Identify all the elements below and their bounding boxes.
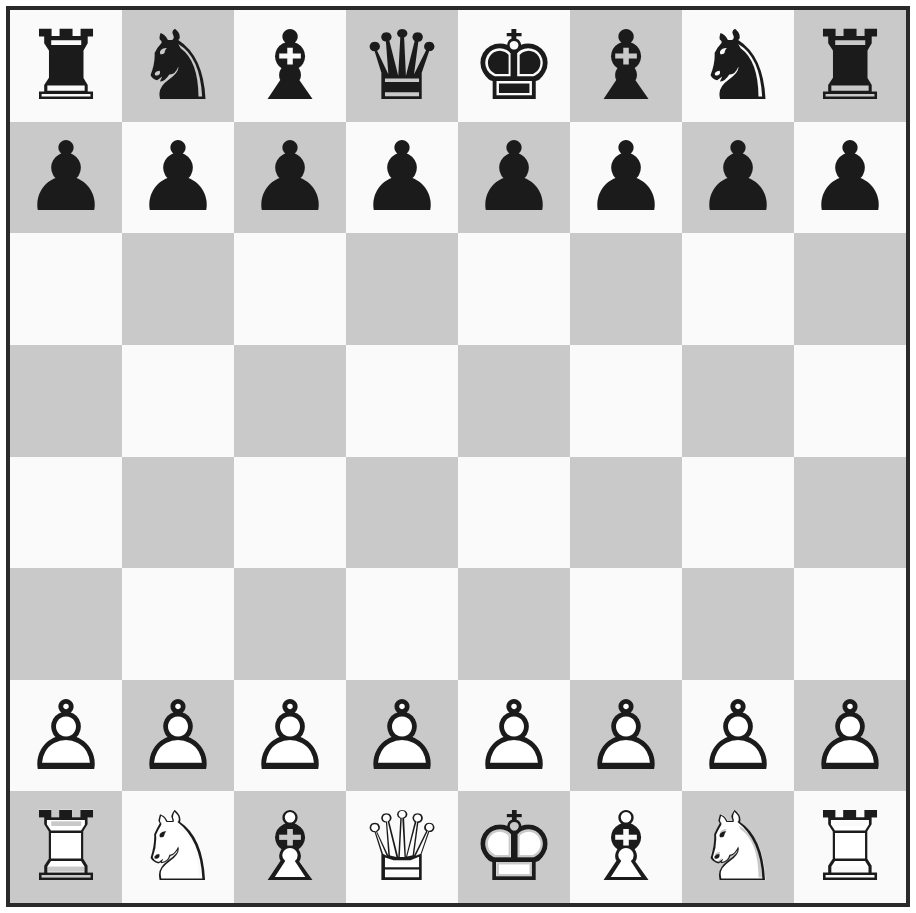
piece-outline-glyph: ♕	[359, 791, 445, 903]
square-h8[interactable]: ♜	[794, 10, 906, 122]
board-grid: ♜♞♝♛♚♝♞♜♟♟♟♟♟♟♟♟♟♙♟♙♟♙♟♙♟♙♟♙♟♙♟♙♜♖♞♘♝♗♛♕…	[10, 10, 906, 903]
square-a5[interactable]	[10, 345, 122, 457]
piece-outline-glyph: ♙	[247, 680, 333, 792]
piece-black-pawn[interactable]: ♟	[135, 129, 221, 225]
piece-outline-glyph: ♙	[23, 680, 109, 792]
piece-glyph: ♟	[471, 122, 557, 234]
square-g8[interactable]: ♞	[682, 10, 794, 122]
piece-white-pawn[interactable]: ♟♙	[695, 688, 781, 784]
square-e8[interactable]: ♚	[458, 10, 570, 122]
square-d4[interactable]	[346, 457, 458, 569]
piece-outline-glyph: ♗	[247, 791, 333, 903]
piece-glyph: ♚	[471, 10, 557, 122]
square-h6[interactable]	[794, 233, 906, 345]
piece-outline-glyph: ♙	[695, 680, 781, 792]
square-h3[interactable]	[794, 568, 906, 680]
piece-black-rook[interactable]: ♜	[807, 18, 893, 114]
page: ♜♞♝♛♚♝♞♜♟♟♟♟♟♟♟♟♟♙♟♙♟♙♟♙♟♙♟♙♟♙♟♙♜♖♞♘♝♗♛♕…	[0, 0, 916, 913]
piece-black-pawn[interactable]: ♟	[695, 129, 781, 225]
piece-glyph: ♝	[247, 10, 333, 122]
piece-outline-glyph: ♙	[807, 680, 893, 792]
square-f3[interactable]	[570, 568, 682, 680]
piece-black-pawn[interactable]: ♟	[807, 129, 893, 225]
square-g3[interactable]	[682, 568, 794, 680]
piece-white-pawn[interactable]: ♟♙	[23, 688, 109, 784]
square-a4[interactable]	[10, 457, 122, 569]
square-c5[interactable]	[234, 345, 346, 457]
square-e3[interactable]	[458, 568, 570, 680]
square-e1[interactable]: ♚♔	[458, 791, 570, 903]
square-b5[interactable]	[122, 345, 234, 457]
square-e6[interactable]	[458, 233, 570, 345]
square-h5[interactable]	[794, 345, 906, 457]
square-b6[interactable]	[122, 233, 234, 345]
square-g1[interactable]: ♞♘	[682, 791, 794, 903]
piece-outline-glyph: ♔	[471, 791, 557, 903]
square-f2[interactable]: ♟♙	[570, 680, 682, 792]
piece-glyph: ♞	[695, 10, 781, 122]
square-b3[interactable]	[122, 568, 234, 680]
piece-white-knight[interactable]: ♞♘	[135, 799, 221, 895]
square-f1[interactable]: ♝♗	[570, 791, 682, 903]
square-c1[interactable]: ♝♗	[234, 791, 346, 903]
square-c6[interactable]	[234, 233, 346, 345]
square-b7[interactable]: ♟	[122, 122, 234, 234]
piece-white-pawn[interactable]: ♟♙	[247, 688, 333, 784]
square-c4[interactable]	[234, 457, 346, 569]
piece-glyph: ♛	[359, 10, 445, 122]
piece-black-bishop[interactable]: ♝	[583, 18, 669, 114]
square-f4[interactable]	[570, 457, 682, 569]
piece-white-rook[interactable]: ♜♖	[23, 799, 109, 895]
piece-glyph: ♟	[583, 122, 669, 234]
piece-white-pawn[interactable]: ♟♙	[583, 688, 669, 784]
piece-white-pawn[interactable]: ♟♙	[807, 688, 893, 784]
piece-outline-glyph: ♙	[135, 680, 221, 792]
piece-outline-glyph: ♙	[471, 680, 557, 792]
piece-outline-glyph: ♘	[695, 791, 781, 903]
square-g4[interactable]	[682, 457, 794, 569]
piece-glyph: ♞	[135, 10, 221, 122]
piece-black-bishop[interactable]: ♝	[247, 18, 333, 114]
piece-outline-glyph: ♙	[583, 680, 669, 792]
square-f7[interactable]: ♟	[570, 122, 682, 234]
square-f5[interactable]	[570, 345, 682, 457]
piece-glyph: ♝	[583, 10, 669, 122]
square-a6[interactable]	[10, 233, 122, 345]
piece-black-pawn[interactable]: ♟	[583, 129, 669, 225]
square-b8[interactable]: ♞	[122, 10, 234, 122]
piece-white-pawn[interactable]: ♟♙	[359, 688, 445, 784]
square-c7[interactable]: ♟	[234, 122, 346, 234]
piece-outline-glyph: ♘	[135, 791, 221, 903]
square-g5[interactable]	[682, 345, 794, 457]
piece-white-rook[interactable]: ♜♖	[807, 799, 893, 895]
piece-glyph: ♟	[695, 122, 781, 234]
piece-glyph: ♜	[807, 10, 893, 122]
piece-black-rook[interactable]: ♜	[23, 18, 109, 114]
square-g7[interactable]: ♟	[682, 122, 794, 234]
square-a8[interactable]: ♜	[10, 10, 122, 122]
piece-black-knight[interactable]: ♞	[135, 18, 221, 114]
piece-outline-glyph: ♗	[583, 791, 669, 903]
square-b1[interactable]: ♞♘	[122, 791, 234, 903]
piece-glyph: ♟	[247, 122, 333, 234]
piece-glyph: ♜	[23, 10, 109, 122]
piece-white-queen[interactable]: ♛♕	[359, 799, 445, 895]
square-d7[interactable]: ♟	[346, 122, 458, 234]
piece-black-king[interactable]: ♚	[471, 18, 557, 114]
square-f8[interactable]: ♝	[570, 10, 682, 122]
square-c3[interactable]	[234, 568, 346, 680]
square-c8[interactable]: ♝	[234, 10, 346, 122]
square-a3[interactable]	[10, 568, 122, 680]
square-e5[interactable]	[458, 345, 570, 457]
square-e7[interactable]: ♟	[458, 122, 570, 234]
piece-black-pawn[interactable]: ♟	[359, 129, 445, 225]
piece-black-knight[interactable]: ♞	[695, 18, 781, 114]
piece-outline-glyph: ♙	[359, 680, 445, 792]
square-h1[interactable]: ♜♖	[794, 791, 906, 903]
piece-glyph: ♟	[23, 122, 109, 234]
piece-white-knight[interactable]: ♞♘	[695, 799, 781, 895]
square-g6[interactable]	[682, 233, 794, 345]
square-f6[interactable]	[570, 233, 682, 345]
square-b2[interactable]: ♟♙	[122, 680, 234, 792]
piece-glyph: ♟	[807, 122, 893, 234]
piece-outline-glyph: ♖	[807, 791, 893, 903]
square-d8[interactable]: ♛	[346, 10, 458, 122]
square-c2[interactable]: ♟♙	[234, 680, 346, 792]
square-h2[interactable]: ♟♙	[794, 680, 906, 792]
square-b4[interactable]	[122, 457, 234, 569]
square-a2[interactable]: ♟♙	[10, 680, 122, 792]
piece-glyph: ♟	[135, 122, 221, 234]
square-e2[interactable]: ♟♙	[458, 680, 570, 792]
piece-black-pawn[interactable]: ♟	[471, 129, 557, 225]
piece-black-pawn[interactable]: ♟	[23, 129, 109, 225]
piece-white-pawn[interactable]: ♟♙	[471, 688, 557, 784]
square-a7[interactable]: ♟	[10, 122, 122, 234]
square-d5[interactable]	[346, 345, 458, 457]
piece-white-king[interactable]: ♚♔	[471, 799, 557, 895]
piece-white-bishop[interactable]: ♝♗	[583, 799, 669, 895]
chess-board: ♜♞♝♛♚♝♞♜♟♟♟♟♟♟♟♟♟♙♟♙♟♙♟♙♟♙♟♙♟♙♟♙♜♖♞♘♝♗♛♕…	[6, 6, 910, 907]
square-d1[interactable]: ♛♕	[346, 791, 458, 903]
square-h4[interactable]	[794, 457, 906, 569]
square-d3[interactable]	[346, 568, 458, 680]
square-h7[interactable]: ♟	[794, 122, 906, 234]
piece-black-pawn[interactable]: ♟	[247, 129, 333, 225]
square-a1[interactable]: ♜♖	[10, 791, 122, 903]
piece-outline-glyph: ♖	[23, 791, 109, 903]
square-d2[interactable]: ♟♙	[346, 680, 458, 792]
square-d6[interactable]	[346, 233, 458, 345]
piece-white-pawn[interactable]: ♟♙	[135, 688, 221, 784]
square-e4[interactable]	[458, 457, 570, 569]
piece-black-queen[interactable]: ♛	[359, 18, 445, 114]
piece-white-bishop[interactable]: ♝♗	[247, 799, 333, 895]
piece-glyph: ♟	[359, 122, 445, 234]
square-g2[interactable]: ♟♙	[682, 680, 794, 792]
